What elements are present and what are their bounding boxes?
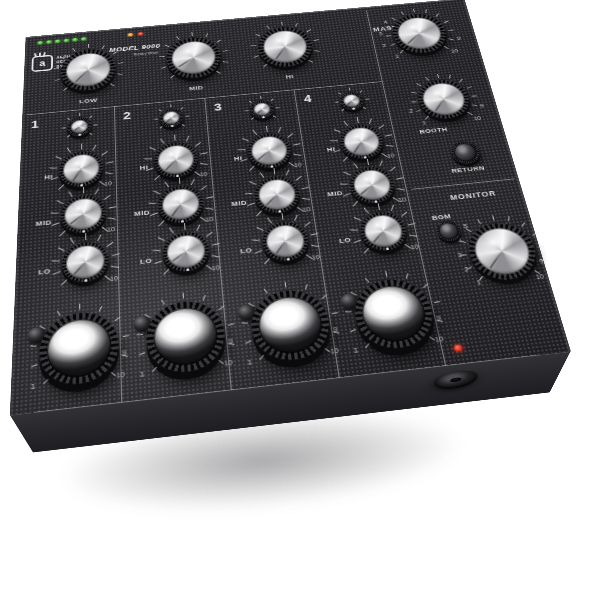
scale-number: 1: [353, 346, 358, 353]
channel-1-trim-knob[interactable]: [67, 116, 91, 137]
scale-number: 10: [224, 358, 233, 366]
channel-3-hi-label: HI: [234, 154, 243, 162]
channel-1-number: 1: [31, 117, 39, 130]
scale-number: 10: [330, 346, 339, 354]
scale-number: 2: [464, 266, 469, 272]
scale-number: 10: [200, 171, 208, 177]
scale-number: 3: [457, 251, 462, 257]
booth-label: BOOTH: [419, 126, 449, 135]
channel-3-fader-knob[interactable]: [248, 287, 334, 364]
bgm-label: BGM: [431, 212, 452, 221]
scale-number: 9: [479, 103, 484, 108]
channel-4-hi-label: HI: [326, 145, 335, 152]
scale-number: 9: [436, 314, 441, 321]
scale-number: 10: [116, 370, 125, 378]
scale-number: 1: [422, 120, 427, 125]
channel-2-hi-label: HI: [140, 163, 149, 171]
channel-2-mid-knob[interactable]: [157, 184, 204, 225]
scale-number: 1: [31, 382, 35, 389]
scale-number: 10: [302, 206, 310, 212]
scale-number: 10: [294, 161, 302, 167]
scale-number: 10: [104, 180, 112, 186]
monitor-level-knob[interactable]: [463, 220, 543, 283]
channel-1-mid-knob[interactable]: [60, 193, 106, 235]
channel-4-trim-knob[interactable]: [338, 91, 365, 111]
channel-4-fader-knob[interactable]: [350, 276, 439, 352]
channel-1-lo-label: LO: [38, 267, 50, 276]
scale-number: 10: [398, 196, 407, 202]
scale-number: 10: [110, 274, 118, 281]
channel-3-mid-knob[interactable]: [253, 174, 302, 214]
scale-number: 1: [140, 370, 144, 377]
power-led: [453, 344, 463, 352]
channel-4-lo-label: LO: [339, 236, 352, 245]
isolator-mid-label: MID: [189, 84, 204, 91]
scale-number: 3: [378, 31, 382, 36]
isolator-hi-label: HI: [285, 73, 294, 80]
scale-number: 5: [463, 223, 468, 229]
channel-1-hi-knob[interactable]: [59, 150, 103, 189]
return-knob[interactable]: [449, 140, 483, 165]
scale-number: 10: [434, 335, 444, 343]
channel-1-lo-knob[interactable]: [62, 240, 109, 284]
logo-letter: a: [39, 59, 45, 69]
logo-hand-icon: a: [31, 55, 53, 73]
channel-2-lo-label: LO: [140, 256, 152, 265]
monitor-label: MONITOR: [449, 189, 497, 202]
return-label: RETURN: [450, 164, 485, 174]
scale-number: 9: [228, 337, 233, 344]
channel-4-hi-knob[interactable]: [337, 123, 386, 161]
scale-number: 9: [333, 326, 338, 333]
channel-1-hi-label: HI: [44, 173, 53, 181]
scale-number: 1: [247, 358, 252, 365]
channel-2-mid-label: MID: [134, 208, 150, 217]
channel-2-trim-knob[interactable]: [159, 108, 184, 129]
channel-2-hi-knob[interactable]: [153, 141, 199, 180]
channel-2-fader-knob[interactable]: [145, 298, 228, 376]
scale-number: 10: [211, 264, 219, 271]
channel-3-lo-label: LO: [240, 246, 253, 255]
master-knob[interactable]: [389, 12, 451, 55]
channel-4-lo-knob[interactable]: [357, 210, 409, 253]
scale-number: 1: [476, 279, 481, 286]
scale-number: 10: [107, 226, 115, 233]
scale-number: 9: [122, 349, 126, 356]
channel-3-number: 3: [214, 100, 223, 112]
scale-number: 10: [410, 243, 419, 250]
channel-1-mid-label: MID: [36, 218, 52, 227]
scale-number: 10: [535, 273, 545, 280]
scene: a ALPHA RECORDING SYSTEM MODEL 9000 Rota…: [0, 0, 600, 600]
channel-3-lo-knob[interactable]: [260, 220, 311, 263]
scale-number: 10: [386, 152, 394, 158]
scale-number: 9: [538, 258, 544, 264]
channel-4-mid-label: MID: [327, 189, 343, 198]
scale-number: 10: [311, 253, 320, 260]
channel-4-mid-knob[interactable]: [347, 165, 398, 205]
channel-2-number: 2: [123, 109, 131, 122]
headphone-jack[interactable]: [432, 369, 480, 391]
channel-3-hi-knob[interactable]: [246, 132, 293, 170]
photo-stage: a ALPHA RECORDING SYSTEM MODEL 9000 Rota…: [0, 0, 600, 600]
monitor-divider-line: [411, 178, 514, 189]
channel-2-lo-knob[interactable]: [162, 230, 211, 274]
channel-3-trim-knob[interactable]: [249, 99, 275, 119]
scale-number: 10: [205, 216, 213, 222]
scale-number: 10: [473, 115, 481, 121]
scale-number: 2: [382, 43, 386, 48]
channel-3-mid-label: MID: [231, 199, 247, 208]
scale-number: 2: [409, 108, 414, 113]
channel-4-number: 4: [303, 92, 312, 104]
scale-number: 10: [451, 48, 459, 53]
scale-number: 9: [456, 36, 461, 41]
scale-number: 1: [395, 53, 399, 58]
channel-1-fader-knob[interactable]: [39, 309, 120, 388]
mixer-top-panel: a ALPHA RECORDING SYSTEM MODEL 9000 Rota…: [10, 0, 571, 415]
mixer-unit: a ALPHA RECORDING SYSTEM MODEL 9000 Rota…: [33, 53, 549, 453]
scale-number: 4: [383, 19, 387, 24]
booth-knob[interactable]: [414, 78, 474, 121]
channel-1-strip: 1 HI 10 MID 10 LO 10 1 9 10: [10, 29, 121, 415]
